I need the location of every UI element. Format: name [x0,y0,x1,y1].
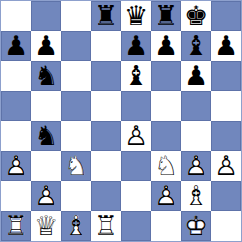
black-bishop-glyph: ♝ [181,31,211,61]
chess-board-frame: ♜♛♜♚♟♟♟♟♝♟♞♝♟♞♟♙♟♙♞♘♞♘♟♙♟♙♟♙♟♙♝♗♜♖♛♕♝♗♜♖… [0,0,242,242]
square-g6[interactable]: ♟ [181,61,211,91]
black-knight-glyph: ♞ [31,121,61,151]
white-pawn-outline: ♙ [121,121,151,151]
square-c3[interactable]: ♞♘ [61,151,91,181]
square-f2[interactable]: ♟♙ [151,181,181,211]
square-f4[interactable] [151,121,181,151]
white-bishop[interactable]: ♝♗ [181,181,211,211]
white-rook[interactable]: ♜♖ [91,211,121,241]
square-d5[interactable] [91,91,121,121]
square-c1[interactable]: ♝♗ [61,211,91,241]
square-b3[interactable] [31,151,61,181]
white-knight[interactable]: ♞♘ [151,151,181,181]
black-bishop[interactable]: ♝ [121,61,151,91]
black-king-glyph: ♚ [181,1,211,31]
black-pawn-glyph: ♟ [211,31,241,61]
white-pawn[interactable]: ♟♙ [1,151,31,181]
square-a2[interactable] [1,181,31,211]
white-pawn-outline: ♙ [151,181,181,211]
white-pawn-outline: ♙ [1,151,31,181]
square-f7[interactable]: ♟ [151,31,181,61]
black-queen-glyph: ♛ [121,1,151,31]
black-pawn[interactable]: ♟ [211,31,241,61]
black-rook-glyph: ♜ [91,1,121,31]
white-knight[interactable]: ♞♘ [61,151,91,181]
square-e1[interactable] [121,211,151,241]
square-e4[interactable]: ♟♙ [121,121,151,151]
square-h3[interactable]: ♟♙ [211,151,241,181]
square-h5[interactable] [211,91,241,121]
white-pawn[interactable]: ♟♙ [181,151,211,181]
square-a6[interactable] [1,61,31,91]
square-c7[interactable] [61,31,91,61]
white-bishop-outline: ♗ [181,181,211,211]
black-bishop-glyph: ♝ [121,61,151,91]
white-knight-outline: ♘ [151,151,181,181]
square-g2[interactable]: ♝♗ [181,181,211,211]
square-d2[interactable] [91,181,121,211]
black-pawn-glyph: ♟ [151,31,181,61]
white-pawn[interactable]: ♟♙ [31,181,61,211]
square-h8[interactable] [211,1,241,31]
square-c6[interactable] [61,61,91,91]
square-a8[interactable] [1,1,31,31]
square-h7[interactable]: ♟ [211,31,241,61]
square-d6[interactable] [91,61,121,91]
square-g7[interactable]: ♝ [181,31,211,61]
square-h1[interactable] [211,211,241,241]
square-b8[interactable] [31,1,61,31]
square-g3[interactable]: ♟♙ [181,151,211,181]
square-b7[interactable]: ♟ [31,31,61,61]
black-rook[interactable]: ♜ [151,1,181,31]
square-e3[interactable] [121,151,151,181]
square-d4[interactable] [91,121,121,151]
white-pawn[interactable]: ♟♙ [121,121,151,151]
black-pawn[interactable]: ♟ [121,31,151,61]
square-c4[interactable] [61,121,91,151]
black-pawn[interactable]: ♟ [1,31,31,61]
square-a3[interactable]: ♟♙ [1,151,31,181]
square-b4[interactable]: ♞ [31,121,61,151]
black-pawn-glyph: ♟ [31,31,61,61]
white-rook-outline: ♖ [1,211,31,241]
square-d3[interactable] [91,151,121,181]
square-a1[interactable]: ♜♖ [1,211,31,241]
black-rook[interactable]: ♜ [91,1,121,31]
black-knight[interactable]: ♞ [31,61,61,91]
white-king[interactable]: ♚♔ [181,211,211,241]
square-h6[interactable] [211,61,241,91]
black-knight[interactable]: ♞ [31,121,61,151]
square-e5[interactable] [121,91,151,121]
square-h4[interactable] [211,121,241,151]
white-queen-outline: ♕ [31,211,61,241]
black-pawn-glyph: ♟ [1,31,31,61]
square-f5[interactable] [151,91,181,121]
white-pawn-outline: ♙ [31,181,61,211]
chess-board: ♜♛♜♚♟♟♟♟♝♟♞♝♟♞♟♙♟♙♞♘♞♘♟♙♟♙♟♙♟♙♝♗♜♖♛♕♝♗♜♖… [1,1,241,241]
white-pawn-outline: ♙ [211,151,241,181]
white-bishop-outline: ♗ [61,211,91,241]
square-b6[interactable]: ♞ [31,61,61,91]
square-c5[interactable] [61,91,91,121]
black-rook-glyph: ♜ [151,1,181,31]
black-king[interactable]: ♚ [181,1,211,31]
square-d8[interactable]: ♜ [91,1,121,31]
square-g8[interactable]: ♚ [181,1,211,31]
square-g5[interactable] [181,91,211,121]
white-rook-outline: ♖ [91,211,121,241]
black-pawn-glyph: ♟ [181,61,211,91]
black-bishop[interactable]: ♝ [181,31,211,61]
square-a7[interactable]: ♟ [1,31,31,61]
black-pawn[interactable]: ♟ [151,31,181,61]
square-f1[interactable] [151,211,181,241]
white-king-outline: ♔ [181,211,211,241]
square-g1[interactable]: ♚♔ [181,211,211,241]
white-rook[interactable]: ♜♖ [1,211,31,241]
square-f6[interactable] [151,61,181,91]
white-pawn-outline: ♙ [181,151,211,181]
black-knight-glyph: ♞ [31,61,61,91]
square-c8[interactable] [61,1,91,31]
white-pawn[interactable]: ♟♙ [151,181,181,211]
square-b2[interactable]: ♟♙ [31,181,61,211]
white-pawn[interactable]: ♟♙ [211,151,241,181]
white-queen[interactable]: ♛♕ [31,211,61,241]
square-a4[interactable] [1,121,31,151]
square-e8[interactable]: ♛ [121,1,151,31]
square-e7[interactable]: ♟ [121,31,151,61]
square-f8[interactable]: ♜ [151,1,181,31]
square-c2[interactable] [61,181,91,211]
square-f3[interactable]: ♞♘ [151,151,181,181]
square-d7[interactable] [91,31,121,61]
square-b1[interactable]: ♛♕ [31,211,61,241]
white-knight-outline: ♘ [61,151,91,181]
square-e6[interactable]: ♝ [121,61,151,91]
square-e2[interactable] [121,181,151,211]
square-h2[interactable] [211,181,241,211]
black-queen[interactable]: ♛ [121,1,151,31]
black-pawn[interactable]: ♟ [181,61,211,91]
square-a5[interactable] [1,91,31,121]
black-pawn[interactable]: ♟ [31,31,61,61]
white-bishop[interactable]: ♝♗ [61,211,91,241]
square-d1[interactable]: ♜♖ [91,211,121,241]
square-g4[interactable] [181,121,211,151]
square-b5[interactable] [31,91,61,121]
black-pawn-glyph: ♟ [121,31,151,61]
